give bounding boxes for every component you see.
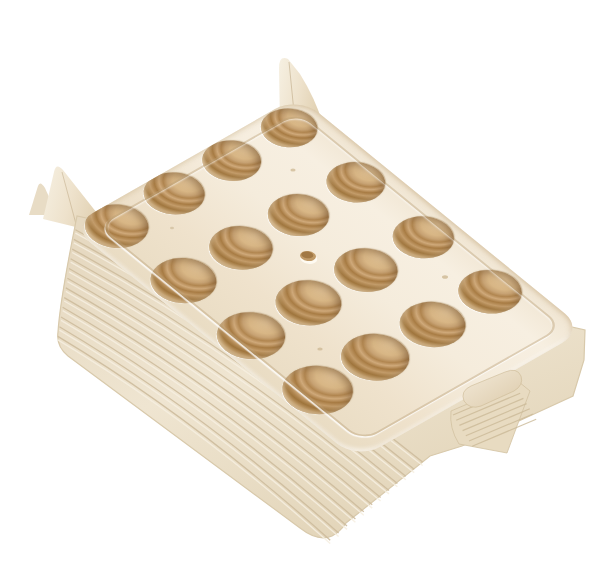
tray-over-layer <box>0 0 600 583</box>
board-scene <box>0 0 600 583</box>
vent-hole <box>299 250 318 265</box>
